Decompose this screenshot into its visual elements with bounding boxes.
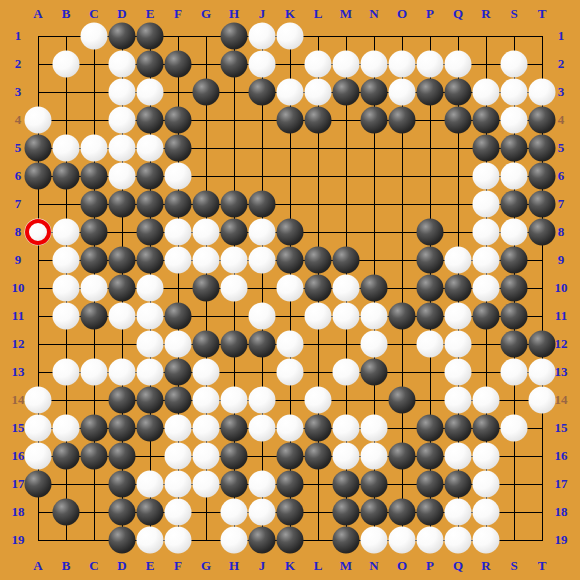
black-stone-G10	[193, 275, 220, 302]
white-stone-Q16	[445, 443, 472, 470]
white-stone-J14	[249, 387, 276, 414]
black-stone-A5	[25, 135, 52, 162]
white-stone-B8	[53, 219, 80, 246]
column-label-top: C	[89, 6, 98, 22]
black-stone-H12	[221, 331, 248, 358]
white-stone-R19	[473, 527, 500, 554]
row-label-left: 17	[12, 476, 25, 492]
black-stone-K17	[277, 471, 304, 498]
black-stone-L9	[305, 247, 332, 274]
white-stone-O3	[389, 79, 416, 106]
black-stone-R5	[473, 135, 500, 162]
black-stone-R15	[473, 415, 500, 442]
white-stone-E3	[137, 79, 164, 106]
white-stone-D5	[109, 135, 136, 162]
last-move-marker	[25, 219, 51, 245]
column-label-top: O	[397, 6, 407, 22]
black-stone-P3	[417, 79, 444, 106]
column-label-top: S	[510, 6, 517, 22]
black-stone-R11	[473, 303, 500, 330]
column-label-top: E	[146, 6, 155, 22]
white-stone-D3	[109, 79, 136, 106]
white-stone-J2	[249, 51, 276, 78]
black-stone-F14	[165, 387, 192, 414]
white-stone-Q2	[445, 51, 472, 78]
row-label-left: 12	[12, 336, 25, 352]
row-label-left: 7	[15, 196, 22, 212]
black-stone-A17	[25, 471, 52, 498]
black-stone-E9	[137, 247, 164, 274]
go-board[interactable]: AABBCCDDEEFFGGHHJJKKLLMMNNOOPPQQRRSSTT11…	[0, 0, 580, 580]
black-stone-P17	[417, 471, 444, 498]
white-stone-C5	[81, 135, 108, 162]
black-stone-N10	[361, 275, 388, 302]
white-stone-J11	[249, 303, 276, 330]
column-label-bottom: N	[369, 558, 378, 574]
black-stone-J7	[249, 191, 276, 218]
black-stone-M17	[333, 471, 360, 498]
row-label-right: 1	[558, 28, 565, 44]
white-stone-J9	[249, 247, 276, 274]
black-stone-P8	[417, 219, 444, 246]
column-label-top: L	[314, 6, 323, 22]
black-stone-T6	[529, 163, 556, 190]
white-stone-F17	[165, 471, 192, 498]
white-stone-Q11	[445, 303, 472, 330]
black-stone-G3	[193, 79, 220, 106]
white-stone-G9	[193, 247, 220, 274]
black-stone-Q17	[445, 471, 472, 498]
column-label-bottom: Q	[453, 558, 463, 574]
black-stone-F4	[165, 107, 192, 134]
white-stone-T3	[529, 79, 556, 106]
white-stone-F8	[165, 219, 192, 246]
black-stone-E7	[137, 191, 164, 218]
black-stone-M18	[333, 499, 360, 526]
column-label-bottom: O	[397, 558, 407, 574]
column-label-bottom: P	[426, 558, 434, 574]
black-stone-B6	[53, 163, 80, 190]
row-label-left: 4	[15, 112, 22, 128]
row-label-left: 1	[15, 28, 22, 44]
black-stone-C8	[81, 219, 108, 246]
black-stone-A6	[25, 163, 52, 190]
black-stone-R4	[473, 107, 500, 134]
white-stone-J15	[249, 415, 276, 442]
black-stone-B16	[53, 443, 80, 470]
row-label-right: 5	[558, 140, 565, 156]
white-stone-S2	[501, 51, 528, 78]
row-label-right: 15	[555, 420, 568, 436]
white-stone-P2	[417, 51, 444, 78]
black-stone-F7	[165, 191, 192, 218]
black-stone-C7	[81, 191, 108, 218]
row-label-left: 3	[15, 84, 22, 100]
white-stone-E13	[137, 359, 164, 386]
black-stone-C11	[81, 303, 108, 330]
row-label-right: 6	[558, 168, 565, 184]
column-label-top: H	[229, 6, 239, 22]
white-stone-T13	[529, 359, 556, 386]
black-stone-T12	[529, 331, 556, 358]
column-label-bottom: F	[174, 558, 182, 574]
white-stone-K10	[277, 275, 304, 302]
row-label-right: 16	[555, 448, 568, 464]
column-label-top: K	[285, 6, 295, 22]
row-label-left: 11	[12, 308, 24, 324]
black-stone-D15	[109, 415, 136, 442]
column-label-bottom: J	[259, 558, 266, 574]
white-stone-R7	[473, 191, 500, 218]
row-label-left: 18	[12, 504, 25, 520]
black-stone-J19	[249, 527, 276, 554]
white-stone-K12	[277, 331, 304, 358]
white-stone-D2	[109, 51, 136, 78]
black-stone-O11	[389, 303, 416, 330]
row-label-left: 19	[12, 532, 25, 548]
white-stone-Q19	[445, 527, 472, 554]
black-stone-O16	[389, 443, 416, 470]
black-stone-M9	[333, 247, 360, 274]
row-label-left: 15	[12, 420, 25, 436]
black-stone-D17	[109, 471, 136, 498]
black-stone-N4	[361, 107, 388, 134]
white-stone-N12	[361, 331, 388, 358]
black-stone-L15	[305, 415, 332, 442]
white-stone-R18	[473, 499, 500, 526]
column-label-bottom: E	[146, 558, 155, 574]
black-stone-H15	[221, 415, 248, 442]
black-stone-O4	[389, 107, 416, 134]
black-stone-S12	[501, 331, 528, 358]
row-label-left: 6	[15, 168, 22, 184]
white-stone-E19	[137, 527, 164, 554]
white-stone-Q9	[445, 247, 472, 274]
white-stone-Q13	[445, 359, 472, 386]
black-stone-S9	[501, 247, 528, 274]
white-stone-S4	[501, 107, 528, 134]
black-stone-C16	[81, 443, 108, 470]
black-stone-P16	[417, 443, 444, 470]
white-stone-S15	[501, 415, 528, 442]
white-stone-C1	[81, 23, 108, 50]
black-stone-D16	[109, 443, 136, 470]
white-stone-N15	[361, 415, 388, 442]
white-stone-R14	[473, 387, 500, 414]
black-stone-K4	[277, 107, 304, 134]
black-stone-H2	[221, 51, 248, 78]
black-stone-H17	[221, 471, 248, 498]
white-stone-L14	[305, 387, 332, 414]
black-stone-E18	[137, 499, 164, 526]
black-stone-L16	[305, 443, 332, 470]
white-stone-R8	[473, 219, 500, 246]
white-stone-H10	[221, 275, 248, 302]
column-label-top: D	[117, 6, 126, 22]
white-stone-A14	[25, 387, 52, 414]
white-stone-G17	[193, 471, 220, 498]
white-stone-D6	[109, 163, 136, 190]
white-stone-N19	[361, 527, 388, 554]
white-stone-Q14	[445, 387, 472, 414]
black-stone-D1	[109, 23, 136, 50]
white-stone-M13	[333, 359, 360, 386]
column-label-top: P	[426, 6, 434, 22]
black-stone-K18	[277, 499, 304, 526]
white-stone-H19	[221, 527, 248, 554]
black-stone-E4	[137, 107, 164, 134]
white-stone-F16	[165, 443, 192, 470]
white-stone-S3	[501, 79, 528, 106]
black-stone-N3	[361, 79, 388, 106]
black-stone-Q3	[445, 79, 472, 106]
black-stone-O14	[389, 387, 416, 414]
white-stone-B9	[53, 247, 80, 274]
white-stone-E5	[137, 135, 164, 162]
column-label-bottom: L	[314, 558, 323, 574]
white-stone-R10	[473, 275, 500, 302]
black-stone-M19	[333, 527, 360, 554]
white-stone-F9	[165, 247, 192, 274]
column-label-bottom: T	[538, 558, 547, 574]
column-label-top: Q	[453, 6, 463, 22]
white-stone-E12	[137, 331, 164, 358]
black-stone-Q10	[445, 275, 472, 302]
white-stone-M2	[333, 51, 360, 78]
column-label-top: F	[174, 6, 182, 22]
black-stone-C9	[81, 247, 108, 274]
black-stone-H8	[221, 219, 248, 246]
black-stone-S5	[501, 135, 528, 162]
black-stone-Q4	[445, 107, 472, 134]
white-stone-B2	[53, 51, 80, 78]
white-stone-H14	[221, 387, 248, 414]
black-stone-L4	[305, 107, 332, 134]
black-stone-F2	[165, 51, 192, 78]
white-stone-E11	[137, 303, 164, 330]
white-stone-P19	[417, 527, 444, 554]
black-stone-S7	[501, 191, 528, 218]
black-stone-N17	[361, 471, 388, 498]
black-stone-E2	[137, 51, 164, 78]
white-stone-A15	[25, 415, 52, 442]
black-stone-K19	[277, 527, 304, 554]
black-stone-K8	[277, 219, 304, 246]
black-stone-G12	[193, 331, 220, 358]
column-label-top: J	[259, 6, 266, 22]
row-label-right: 19	[555, 532, 568, 548]
column-label-bottom: K	[285, 558, 295, 574]
black-stone-Q15	[445, 415, 472, 442]
black-stone-O18	[389, 499, 416, 526]
white-stone-D4	[109, 107, 136, 134]
row-label-right: 17	[555, 476, 568, 492]
white-stone-E17	[137, 471, 164, 498]
white-stone-D11	[109, 303, 136, 330]
white-stone-J1	[249, 23, 276, 50]
white-stone-B15	[53, 415, 80, 442]
white-stone-R16	[473, 443, 500, 470]
white-stone-R9	[473, 247, 500, 274]
white-stone-S13	[501, 359, 528, 386]
row-label-left: 2	[15, 56, 22, 72]
black-stone-C6	[81, 163, 108, 190]
white-stone-O19	[389, 527, 416, 554]
white-stone-J8	[249, 219, 276, 246]
black-stone-F11	[165, 303, 192, 330]
black-stone-N13	[361, 359, 388, 386]
black-stone-D9	[109, 247, 136, 274]
black-stone-L10	[305, 275, 332, 302]
row-label-left: 8	[15, 224, 22, 240]
row-label-left: 16	[12, 448, 25, 464]
white-stone-G16	[193, 443, 220, 470]
white-stone-O2	[389, 51, 416, 78]
white-stone-F6	[165, 163, 192, 190]
white-stone-B11	[53, 303, 80, 330]
black-stone-T7	[529, 191, 556, 218]
white-stone-J18	[249, 499, 276, 526]
black-stone-G7	[193, 191, 220, 218]
black-stone-H16	[221, 443, 248, 470]
row-label-right: 11	[555, 308, 567, 324]
white-stone-P12	[417, 331, 444, 358]
white-stone-F19	[165, 527, 192, 554]
row-label-right: 12	[555, 336, 568, 352]
black-stone-N18	[361, 499, 388, 526]
white-stone-R6	[473, 163, 500, 190]
black-stone-J3	[249, 79, 276, 106]
white-stone-S6	[501, 163, 528, 190]
white-stone-T14	[529, 387, 556, 414]
column-label-top: T	[538, 6, 547, 22]
white-stone-A4	[25, 107, 52, 134]
black-stone-E8	[137, 219, 164, 246]
black-stone-H1	[221, 23, 248, 50]
white-stone-N2	[361, 51, 388, 78]
column-label-bottom: G	[201, 558, 211, 574]
column-label-bottom: H	[229, 558, 239, 574]
white-stone-M11	[333, 303, 360, 330]
white-stone-G14	[193, 387, 220, 414]
white-stone-F15	[165, 415, 192, 442]
row-label-right: 7	[558, 196, 565, 212]
black-stone-M3	[333, 79, 360, 106]
white-stone-N11	[361, 303, 388, 330]
black-stone-C15	[81, 415, 108, 442]
black-stone-E6	[137, 163, 164, 190]
column-label-top: R	[481, 6, 490, 22]
column-label-bottom: B	[62, 558, 71, 574]
white-stone-A16	[25, 443, 52, 470]
column-label-bottom: A	[33, 558, 42, 574]
row-label-right: 14	[555, 392, 568, 408]
column-label-bottom: M	[340, 558, 352, 574]
black-stone-D14	[109, 387, 136, 414]
column-label-bottom: D	[117, 558, 126, 574]
white-stone-G13	[193, 359, 220, 386]
row-label-right: 2	[558, 56, 565, 72]
black-stone-P10	[417, 275, 444, 302]
white-stone-N16	[361, 443, 388, 470]
black-stone-P9	[417, 247, 444, 274]
black-stone-D7	[109, 191, 136, 218]
column-label-top: N	[369, 6, 378, 22]
white-stone-D13	[109, 359, 136, 386]
black-stone-B18	[53, 499, 80, 526]
black-stone-T8	[529, 219, 556, 246]
black-stone-T5	[529, 135, 556, 162]
white-stone-M15	[333, 415, 360, 442]
white-stone-L11	[305, 303, 332, 330]
row-label-left: 9	[15, 252, 22, 268]
black-stone-K16	[277, 443, 304, 470]
black-stone-H7	[221, 191, 248, 218]
black-stone-P11	[417, 303, 444, 330]
white-stone-K15	[277, 415, 304, 442]
row-label-right: 8	[558, 224, 565, 240]
column-label-top: M	[340, 6, 352, 22]
white-stone-S8	[501, 219, 528, 246]
white-stone-Q12	[445, 331, 472, 358]
row-label-right: 9	[558, 252, 565, 268]
row-label-right: 13	[555, 364, 568, 380]
column-label-top: G	[201, 6, 211, 22]
black-stone-E14	[137, 387, 164, 414]
white-stone-L3	[305, 79, 332, 106]
white-stone-K3	[277, 79, 304, 106]
row-label-left: 10	[12, 280, 25, 296]
white-stone-B13	[53, 359, 80, 386]
black-stone-E15	[137, 415, 164, 442]
white-stone-C10	[81, 275, 108, 302]
row-label-left: 14	[12, 392, 25, 408]
white-stone-E10	[137, 275, 164, 302]
black-stone-E1	[137, 23, 164, 50]
black-stone-D10	[109, 275, 136, 302]
column-label-bottom: S	[510, 558, 517, 574]
row-label-right: 4	[558, 112, 565, 128]
white-stone-H9	[221, 247, 248, 274]
column-label-bottom: R	[481, 558, 490, 574]
white-stone-M16	[333, 443, 360, 470]
black-stone-J12	[249, 331, 276, 358]
white-stone-R3	[473, 79, 500, 106]
black-stone-S10	[501, 275, 528, 302]
black-stone-S11	[501, 303, 528, 330]
row-label-left: 5	[15, 140, 22, 156]
column-label-top: A	[33, 6, 42, 22]
column-label-bottom: C	[89, 558, 98, 574]
white-stone-F12	[165, 331, 192, 358]
white-stone-B5	[53, 135, 80, 162]
black-stone-T4	[529, 107, 556, 134]
white-stone-H18	[221, 499, 248, 526]
column-label-top: B	[62, 6, 71, 22]
white-stone-B10	[53, 275, 80, 302]
white-stone-G15	[193, 415, 220, 442]
row-label-right: 18	[555, 504, 568, 520]
white-stone-R17	[473, 471, 500, 498]
white-stone-M10	[333, 275, 360, 302]
row-label-left: 13	[12, 364, 25, 380]
white-stone-L2	[305, 51, 332, 78]
white-stone-C13	[81, 359, 108, 386]
white-stone-J17	[249, 471, 276, 498]
black-stone-D18	[109, 499, 136, 526]
black-stone-K9	[277, 247, 304, 274]
white-stone-K13	[277, 359, 304, 386]
